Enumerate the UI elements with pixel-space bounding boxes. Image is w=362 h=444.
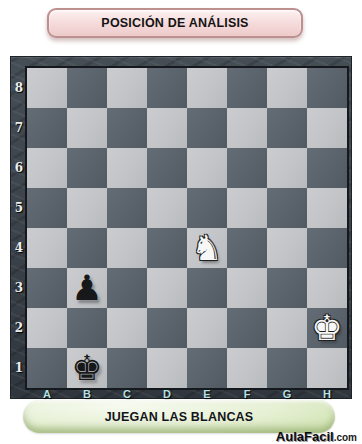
white-king[interactable]: ♚ [311,308,342,348]
square-d4[interactable] [147,228,187,268]
square-g4[interactable] [267,228,307,268]
square-c1[interactable] [107,348,147,388]
square-h6[interactable] [307,148,347,188]
square-e5[interactable] [187,188,227,228]
rank-label-3: 3 [11,268,27,308]
file-label-b: B [67,389,107,400]
square-f7[interactable] [227,108,267,148]
square-a6[interactable] [27,148,67,188]
square-g8[interactable] [267,68,307,108]
square-f6[interactable] [227,148,267,188]
page: POSICIÓN DE ANÁLISIS 87654321 ♞♟♚♚ ABCDE… [0,0,362,444]
white-knight[interactable]: ♞ [191,228,222,268]
square-f3[interactable] [227,268,267,308]
square-a8[interactable] [27,68,67,108]
black-pawn[interactable]: ♟ [71,268,102,308]
square-d7[interactable] [147,108,187,148]
square-h5[interactable] [307,188,347,228]
square-g2[interactable] [267,308,307,348]
square-e3[interactable] [187,268,227,308]
rank-label-8: 8 [11,68,27,108]
square-e2[interactable] [187,308,227,348]
square-c7[interactable] [107,108,147,148]
square-c3[interactable] [107,268,147,308]
square-h1[interactable] [307,348,347,388]
rank-label-2: 2 [11,308,27,348]
square-g1[interactable] [267,348,307,388]
brand-tld: .com [334,432,357,443]
square-a7[interactable] [27,108,67,148]
analysis-banner: POSICIÓN DE ANÁLISIS [47,8,303,38]
square-b4[interactable] [67,228,107,268]
square-d2[interactable] [147,308,187,348]
square-g5[interactable] [267,188,307,228]
square-e6[interactable] [187,148,227,188]
square-h8[interactable] [307,68,347,108]
square-a5[interactable] [27,188,67,228]
square-f1[interactable] [227,348,267,388]
square-h7[interactable] [307,108,347,148]
square-c2[interactable] [107,308,147,348]
square-c5[interactable] [107,188,147,228]
square-d5[interactable] [147,188,187,228]
square-d3[interactable] [147,268,187,308]
square-b7[interactable] [67,108,107,148]
square-b8[interactable] [67,68,107,108]
square-c6[interactable] [107,148,147,188]
square-c4[interactable] [107,228,147,268]
black-king[interactable]: ♚ [71,348,102,388]
file-label-e: E [187,389,227,400]
square-f4[interactable] [227,228,267,268]
square-g3[interactable] [267,268,307,308]
square-d6[interactable] [147,148,187,188]
square-a1[interactable] [27,348,67,388]
square-b5[interactable] [67,188,107,228]
square-h2[interactable]: ♚ [307,308,347,348]
rank-label-1: 1 [11,348,27,388]
square-g7[interactable] [267,108,307,148]
square-f8[interactable] [227,68,267,108]
chess-board[interactable]: ♞♟♚♚ [27,68,347,388]
square-e4[interactable]: ♞ [187,228,227,268]
square-f2[interactable] [227,308,267,348]
file-labels: ABCDEFGH [27,389,347,400]
square-c8[interactable] [107,68,147,108]
square-b2[interactable] [67,308,107,348]
file-label-f: F [227,389,267,400]
square-b6[interactable] [67,148,107,188]
square-a3[interactable] [27,268,67,308]
file-label-d: D [147,389,187,400]
brand-name: AulaFacil [276,429,334,444]
square-h4[interactable] [307,228,347,268]
square-f5[interactable] [227,188,267,228]
rank-label-7: 7 [11,108,27,148]
turn-banner-label: JUEGAN LAS BLANCAS [105,410,254,424]
rank-label-5: 5 [11,188,27,228]
square-h3[interactable] [307,268,347,308]
rank-labels: 87654321 [11,68,27,388]
rank-label-6: 6 [11,148,27,188]
square-e7[interactable] [187,108,227,148]
file-label-c: C [107,389,147,400]
square-g6[interactable] [267,148,307,188]
square-a4[interactable] [27,228,67,268]
file-label-h: H [307,389,347,400]
square-e8[interactable] [187,68,227,108]
square-a2[interactable] [27,308,67,348]
file-label-a: A [27,389,67,400]
square-d1[interactable] [147,348,187,388]
chess-board-frame: 87654321 ♞♟♚♚ ABCDEFGH [10,56,352,399]
rank-label-4: 4 [11,228,27,268]
brand-watermark: AulaFacil.com [276,427,357,444]
analysis-banner-label: POSICIÓN DE ANÁLISIS [101,16,248,30]
square-b1[interactable]: ♚ [67,348,107,388]
square-e1[interactable] [187,348,227,388]
square-d8[interactable] [147,68,187,108]
file-label-g: G [267,389,307,400]
square-b3[interactable]: ♟ [67,268,107,308]
